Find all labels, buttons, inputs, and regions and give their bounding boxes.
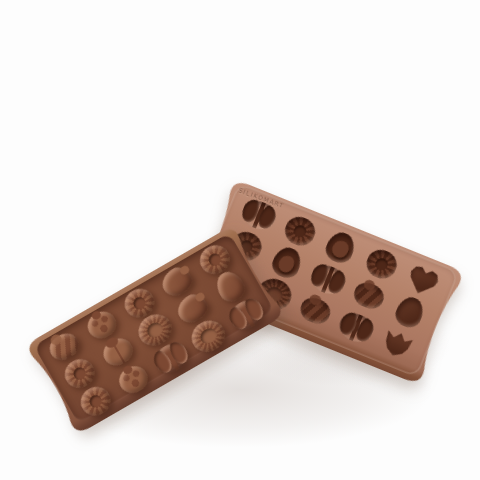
cavity-bee (351, 279, 388, 312)
cavity-egg (392, 294, 427, 332)
product-photo: silikomart (0, 0, 480, 480)
cavity-heart (404, 263, 442, 299)
cavity-bee (297, 294, 334, 327)
cavity-egg-chick (269, 244, 305, 282)
